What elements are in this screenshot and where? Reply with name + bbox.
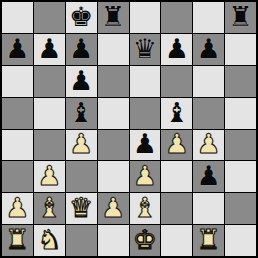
white-pawn[interactable]: ♟ (5, 194, 29, 221)
square-g7[interactable]: ♟ (193, 34, 224, 65)
square-c5[interactable]: ♝ (66, 98, 97, 129)
square-a6[interactable] (2, 66, 33, 97)
black-queen[interactable]: ♛ (133, 35, 157, 62)
square-d8[interactable]: ♜ (98, 2, 129, 33)
square-c3[interactable] (66, 161, 97, 192)
black-bishop[interactable]: ♝ (69, 99, 93, 126)
square-d5[interactable] (98, 98, 129, 129)
white-knight[interactable]: ♞ (37, 226, 61, 253)
square-h2[interactable] (225, 193, 256, 224)
square-f2[interactable] (161, 193, 192, 224)
square-e6[interactable] (130, 66, 161, 97)
square-g4[interactable]: ♟ (193, 130, 224, 161)
square-d2[interactable]: ♟ (98, 193, 129, 224)
square-c1[interactable] (66, 225, 97, 256)
black-pawn[interactable]: ♟ (133, 130, 157, 157)
black-rook[interactable]: ♜ (228, 3, 252, 30)
square-g5[interactable] (193, 98, 224, 129)
square-b6[interactable] (34, 66, 65, 97)
square-h5[interactable] (225, 98, 256, 129)
square-a7[interactable]: ♟ (2, 34, 33, 65)
square-h4[interactable] (225, 130, 256, 161)
square-b8[interactable] (34, 2, 65, 33)
white-bishop[interactable]: ♝ (133, 194, 157, 221)
white-pawn[interactable]: ♟ (69, 130, 93, 157)
square-a5[interactable] (2, 98, 33, 129)
black-pawn[interactable]: ♟ (69, 67, 93, 94)
square-h3[interactable] (225, 161, 256, 192)
black-bishop[interactable]: ♝ (165, 99, 189, 126)
square-f5[interactable]: ♝ (161, 98, 192, 129)
square-h1[interactable] (225, 225, 256, 256)
black-rook[interactable]: ♜ (101, 3, 125, 30)
square-h7[interactable] (225, 34, 256, 65)
square-c4[interactable]: ♟ (66, 130, 97, 161)
square-b5[interactable] (34, 98, 65, 129)
square-d7[interactable] (98, 34, 129, 65)
black-pawn[interactable]: ♟ (165, 35, 189, 62)
square-b2[interactable]: ♝ (34, 193, 65, 224)
square-g8[interactable] (193, 2, 224, 33)
white-pawn[interactable]: ♟ (133, 162, 157, 189)
square-a4[interactable] (2, 130, 33, 161)
white-bishop[interactable]: ♝ (37, 194, 61, 221)
square-a2[interactable]: ♟ (2, 193, 33, 224)
square-a1[interactable]: ♜ (2, 225, 33, 256)
white-rook[interactable]: ♜ (197, 226, 221, 253)
square-b4[interactable] (34, 130, 65, 161)
square-e5[interactable] (130, 98, 161, 129)
square-f6[interactable] (161, 66, 192, 97)
square-f1[interactable] (161, 225, 192, 256)
square-b3[interactable]: ♟ (34, 161, 65, 192)
square-b1[interactable]: ♞ (34, 225, 65, 256)
black-pawn[interactable]: ♟ (69, 35, 93, 62)
square-g6[interactable] (193, 66, 224, 97)
square-d1[interactable] (98, 225, 129, 256)
square-e7[interactable]: ♛ (130, 34, 161, 65)
square-h6[interactable] (225, 66, 256, 97)
square-g3[interactable]: ♟ (193, 161, 224, 192)
white-pawn[interactable]: ♟ (165, 130, 189, 157)
square-e4[interactable]: ♟ (130, 130, 161, 161)
square-e2[interactable]: ♝ (130, 193, 161, 224)
square-f7[interactable]: ♟ (161, 34, 192, 65)
square-d6[interactable] (98, 66, 129, 97)
square-e8[interactable] (130, 2, 161, 33)
white-pawn[interactable]: ♟ (101, 194, 125, 221)
white-queen[interactable]: ♛ (69, 194, 93, 221)
chess-app: ♚♜♜♟♟♟♛♟♟♟♝♝♟♟♟♟♟♟♟♟♝♛♟♝♜♞♚♜ (0, 0, 258, 258)
square-a8[interactable] (2, 2, 33, 33)
black-pawn[interactable]: ♟ (5, 35, 29, 62)
black-king[interactable]: ♚ (69, 3, 93, 30)
square-c8[interactable]: ♚ (66, 2, 97, 33)
square-c2[interactable]: ♛ (66, 193, 97, 224)
square-e3[interactable]: ♟ (130, 161, 161, 192)
square-b7[interactable]: ♟ (34, 34, 65, 65)
black-pawn[interactable]: ♟ (197, 162, 221, 189)
white-pawn[interactable]: ♟ (37, 162, 61, 189)
square-g1[interactable]: ♜ (193, 225, 224, 256)
square-c7[interactable]: ♟ (66, 34, 97, 65)
square-a3[interactable] (2, 161, 33, 192)
black-pawn[interactable]: ♟ (37, 35, 61, 62)
black-pawn[interactable]: ♟ (197, 35, 221, 62)
square-d4[interactable] (98, 130, 129, 161)
square-f8[interactable] (161, 2, 192, 33)
white-rook[interactable]: ♜ (5, 226, 29, 253)
square-c6[interactable]: ♟ (66, 66, 97, 97)
square-f3[interactable] (161, 161, 192, 192)
white-pawn[interactable]: ♟ (197, 130, 221, 157)
square-d3[interactable] (98, 161, 129, 192)
chess-board: ♚♜♜♟♟♟♛♟♟♟♝♝♟♟♟♟♟♟♟♟♝♛♟♝♜♞♚♜ (0, 0, 258, 258)
white-king[interactable]: ♚ (133, 226, 157, 253)
square-h8[interactable]: ♜ (225, 2, 256, 33)
square-g2[interactable] (193, 193, 224, 224)
square-f4[interactable]: ♟ (161, 130, 192, 161)
square-e1[interactable]: ♚ (130, 225, 161, 256)
